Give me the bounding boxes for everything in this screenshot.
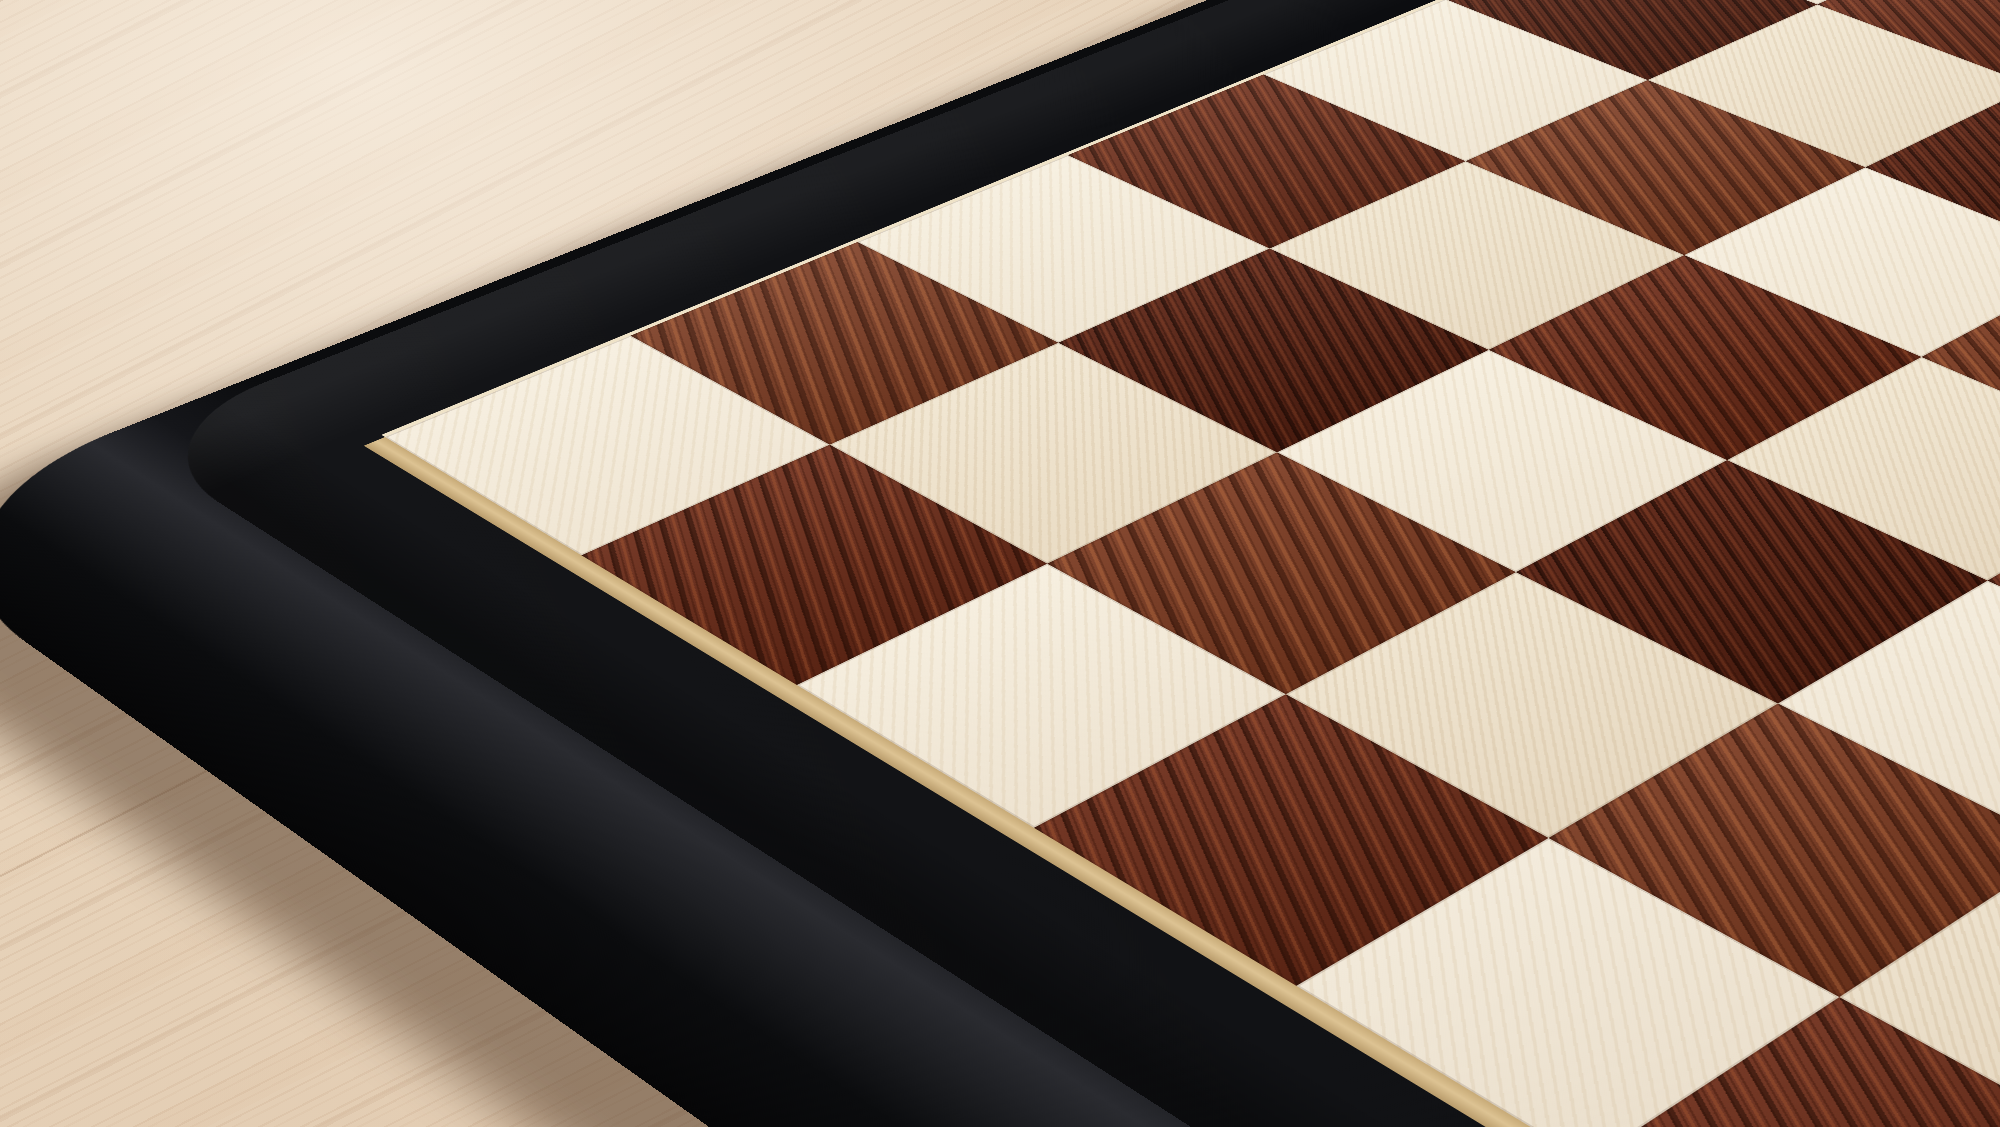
board-scene [0, 0, 2000, 1127]
table-surface [0, 0, 2000, 1127]
